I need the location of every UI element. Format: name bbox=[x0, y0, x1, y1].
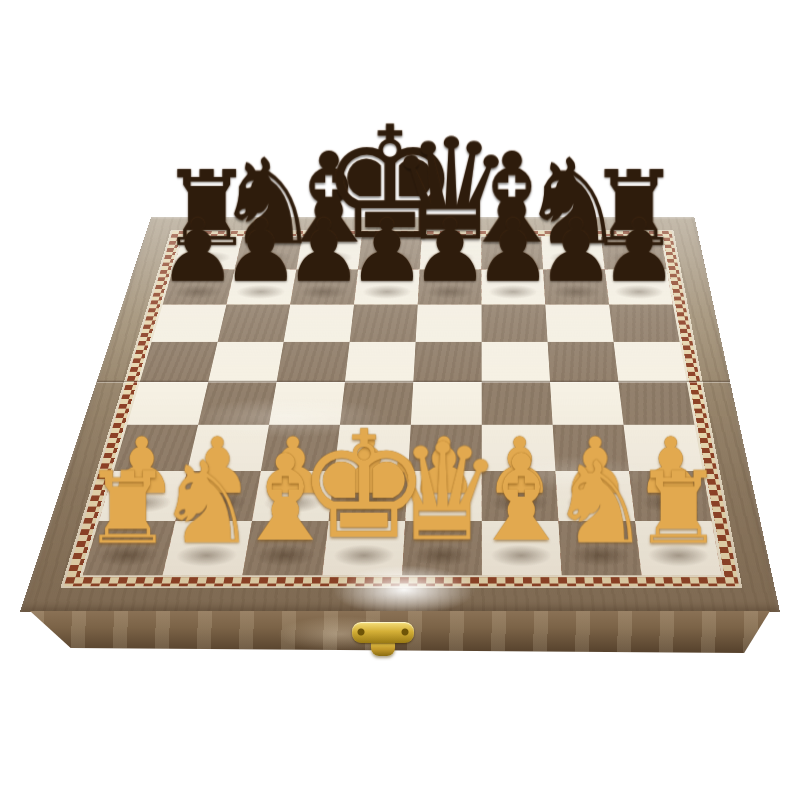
chess-set-photo: ♜♞♝♚♛♝♞♜♟♟♟♟♟♟♟♟♟♟♟♟♟♟♟♟♜♞♝♚♛♝♞♜ bbox=[0, 0, 800, 800]
piece-black-pawn[interactable]: ♟ bbox=[600, 210, 678, 293]
folding-chessboard: ♜♞♝♚♛♝♞♜♟♟♟♟♟♟♟♟♟♟♟♟♟♟♟♟♜♞♝♚♛♝♞♜ bbox=[20, 217, 780, 612]
piece-white-knight[interactable]: ♞ bbox=[549, 449, 651, 557]
wooden-frame: ♜♞♝♚♛♝♞♜♟♟♟♟♟♟♟♟♟♟♟♟♟♟♟♟♜♞♝♚♛♝♞♜ bbox=[20, 217, 780, 612]
square-e5[interactable] bbox=[413, 342, 481, 382]
square-h6[interactable] bbox=[609, 304, 679, 341]
piece-white-king[interactable]: ♚ bbox=[297, 415, 430, 556]
square-a5[interactable] bbox=[140, 342, 218, 382]
square-d5[interactable] bbox=[345, 342, 416, 382]
square-e6[interactable] bbox=[416, 304, 482, 341]
square-g5[interactable] bbox=[548, 342, 619, 382]
square-b5[interactable] bbox=[208, 342, 283, 382]
square-b1[interactable]: ♞ bbox=[163, 521, 252, 575]
brass-clasp bbox=[352, 622, 414, 666]
square-h4[interactable] bbox=[618, 382, 694, 425]
square-b6[interactable] bbox=[218, 304, 291, 341]
mosaic-inlay-border: ♜♞♝♚♛♝♞♜♟♟♟♟♟♟♟♟♟♟♟♟♟♟♟♟♜♞♝♚♛♝♞♜ bbox=[60, 230, 742, 589]
clasp-knob bbox=[371, 641, 395, 656]
square-d7[interactable]: ♟ bbox=[354, 270, 420, 305]
square-g1[interactable]: ♞ bbox=[558, 521, 641, 575]
square-c5[interactable] bbox=[277, 342, 350, 382]
square-a6[interactable] bbox=[152, 304, 227, 341]
square-g7[interactable]: ♟ bbox=[543, 270, 609, 305]
square-f6[interactable] bbox=[482, 304, 548, 341]
square-e7[interactable]: ♟ bbox=[418, 270, 482, 305]
piece-white-knight[interactable]: ♞ bbox=[156, 449, 258, 557]
square-g6[interactable] bbox=[545, 304, 613, 341]
clasp-plate bbox=[352, 622, 414, 643]
board-fold-seam bbox=[96, 380, 730, 383]
square-h7[interactable]: ♟ bbox=[605, 270, 673, 305]
square-h5[interactable] bbox=[614, 342, 687, 382]
square-d6[interactable] bbox=[350, 304, 418, 341]
board-grid: ♜♞♝♚♛♝♞♜♟♟♟♟♟♟♟♟♟♟♟♟♟♟♟♟♜♞♝♚♛♝♞♜ bbox=[79, 236, 724, 578]
square-f5[interactable] bbox=[482, 342, 550, 382]
square-c6[interactable] bbox=[284, 304, 354, 341]
square-g4[interactable] bbox=[550, 382, 624, 425]
square-f7[interactable]: ♟ bbox=[482, 270, 546, 305]
